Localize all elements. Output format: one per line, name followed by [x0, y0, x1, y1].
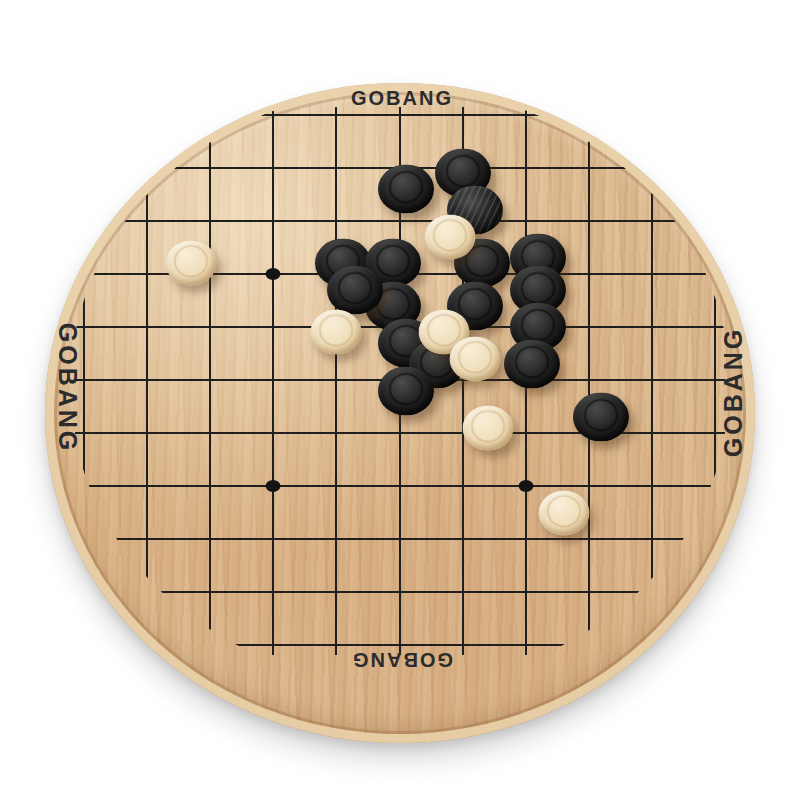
star-point — [266, 480, 281, 492]
grid-row-line — [75, 591, 725, 593]
board-label-left: GOBANG — [53, 323, 82, 454]
black-stone[interactable] — [327, 265, 383, 314]
gobang-board[interactable]: GOBANG GOBANG GOBANG GOBANG — [45, 83, 755, 743]
white-stone[interactable] — [538, 490, 589, 535]
black-stone[interactable] — [378, 366, 434, 415]
grid-col-line — [146, 107, 148, 655]
white-stone[interactable] — [311, 310, 362, 355]
board-label-top: GOBANG — [351, 87, 453, 110]
photo-backdrop: GOBANG GOBANG GOBANG GOBANG — [0, 0, 800, 800]
grid-col-line — [714, 107, 716, 655]
star-point — [266, 268, 281, 280]
grid-col-line — [335, 107, 337, 655]
white-stone[interactable] — [450, 336, 501, 381]
grid-col-line — [83, 107, 85, 655]
white-stone[interactable] — [462, 405, 513, 450]
board-label-bottom: GOBANG — [351, 648, 453, 671]
grid-row-line — [75, 644, 725, 646]
white-stone[interactable] — [424, 214, 475, 259]
star-point — [518, 480, 533, 492]
grid-col-line — [209, 107, 211, 655]
board-label-right: GOBANG — [719, 327, 748, 458]
grid-col-line — [651, 107, 653, 655]
grid-col-line — [272, 107, 274, 655]
grid-row-line — [75, 485, 725, 487]
white-stone[interactable] — [166, 241, 217, 286]
black-stone[interactable] — [378, 165, 434, 214]
grid-row-line — [75, 432, 725, 434]
grid-row-line — [75, 538, 725, 540]
grid-col-line — [588, 107, 590, 655]
black-stone[interactable] — [504, 340, 560, 389]
black-stone[interactable] — [573, 393, 629, 442]
